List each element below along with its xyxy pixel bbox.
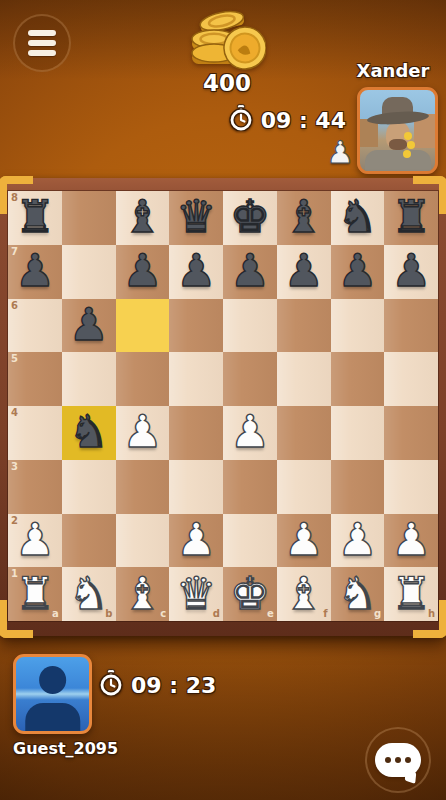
square-b5[interactable] [62,352,116,406]
square-f6[interactable] [277,299,331,353]
opponent-name: Xander [350,60,436,81]
square-a3[interactable]: 3 [8,460,62,514]
piece-black-pawn: ♟ [176,248,216,293]
square-d3[interactable] [169,460,223,514]
piece-white-pawn: ♟ [391,517,431,562]
piece-black-queen: ♛ [176,194,216,239]
square-b2[interactable] [62,514,116,568]
piece-black-knight: ♞ [337,194,377,239]
square-b3[interactable] [62,460,116,514]
square-a5[interactable]: 5 [8,352,62,406]
square-g2[interactable]: ♟ [331,514,385,568]
piece-black-pawn: ♟ [15,248,55,293]
square-d5[interactable] [169,352,223,406]
square-b1[interactable]: b♞ [62,567,116,621]
square-g7[interactable]: ♟ [331,245,385,299]
player-name: Guest_2095 [13,739,92,758]
square-h7[interactable]: ♟ [384,245,438,299]
square-f2[interactable]: ♟ [277,514,331,568]
rank-label-4: 4 [11,408,18,418]
stopwatch-icon [229,104,253,136]
square-g6[interactable] [331,299,385,353]
piece-white-pawn: ♟ [15,517,55,562]
player-avatar[interactable] [13,654,92,734]
piece-white-bishop: ♝ [122,571,162,616]
square-d2[interactable]: ♟ [169,514,223,568]
square-b6[interactable]: ♟ [62,299,116,353]
square-h3[interactable] [384,460,438,514]
opponent-timer: 09 : 44 [229,104,346,136]
piece-black-pawn: ♟ [68,302,108,347]
piece-black-bishop: ♝ [122,194,162,239]
square-f4[interactable] [277,406,331,460]
board-squares: 8♜♝♛♚♝♞♜7♟♟♟♟♟♟♟6♟54♞♟♟32♟♟♟♟♟1a♜b♞c♝d♛e… [8,191,438,621]
piece-white-pawn: ♟ [230,409,270,454]
square-c3[interactable] [116,460,170,514]
piece-white-king: ♚ [230,571,270,616]
menu-button[interactable] [13,14,71,72]
square-c8[interactable]: ♝ [116,191,170,245]
piece-black-bishop: ♝ [283,194,323,239]
square-b8[interactable] [62,191,116,245]
square-g4[interactable] [331,406,385,460]
square-a6[interactable]: 6 [8,299,62,353]
square-e8[interactable]: ♚ [223,191,277,245]
square-g5[interactable] [331,352,385,406]
square-c4[interactable]: ♟ [116,406,170,460]
square-e7[interactable]: ♟ [223,245,277,299]
square-d4[interactable] [169,406,223,460]
square-g3[interactable] [331,460,385,514]
square-c2[interactable] [116,514,170,568]
square-f5[interactable] [277,352,331,406]
square-f7[interactable]: ♟ [277,245,331,299]
square-f3[interactable] [277,460,331,514]
square-a7[interactable]: 7♟ [8,245,62,299]
square-e4[interactable]: ♟ [223,406,277,460]
square-h6[interactable] [384,299,438,353]
piece-white-pawn: ♟ [122,409,162,454]
square-d1[interactable]: d♛ [169,567,223,621]
player-timer: 09 : 23 [99,669,216,701]
square-e3[interactable] [223,460,277,514]
piece-black-knight: ♞ [68,409,108,454]
piece-white-queen: ♛ [176,571,216,616]
square-e5[interactable] [223,352,277,406]
board-corner-gold-icon [413,600,446,638]
chat-button[interactable] [365,727,431,793]
rank-label-5: 5 [11,354,18,364]
piece-white-knight: ♞ [68,571,108,616]
square-c1[interactable]: c♝ [116,567,170,621]
player-time: 09 : 23 [131,673,216,698]
piece-white-pawn: ♟ [176,517,216,562]
square-h4[interactable] [384,406,438,460]
piece-black-pawn: ♟ [391,248,431,293]
piece-black-king: ♚ [230,194,270,239]
board-corner-gold-icon [413,176,446,214]
square-d8[interactable]: ♛ [169,191,223,245]
board-corner-gold-icon [0,176,33,214]
square-h2[interactable]: ♟ [384,514,438,568]
coins-display: 400 [185,10,269,96]
board-corner-gold-icon [0,600,33,638]
piece-black-pawn: ♟ [122,248,162,293]
piece-black-pawn: ♟ [337,248,377,293]
stopwatch-icon [99,669,123,701]
square-f1[interactable]: f♝ [277,567,331,621]
gold-coins-icon [185,10,269,72]
piece-white-bishop: ♝ [283,571,323,616]
square-e1[interactable]: e♚ [223,567,277,621]
rank-label-6: 6 [11,301,18,311]
square-d6[interactable] [169,299,223,353]
piece-white-pawn: ♟ [337,517,377,562]
square-c6[interactable] [116,299,170,353]
coins-amount: 400 [185,70,269,96]
person-silhouette-icon [39,666,67,694]
square-e6[interactable] [223,299,277,353]
piece-white-pawn: ♟ [283,517,323,562]
piece-black-pawn: ♟ [283,248,323,293]
opponent-avatar[interactable] [357,87,438,174]
square-g1[interactable]: g♞ [331,567,385,621]
opponent-time: 09 : 44 [261,108,346,133]
chat-bubble-icon [375,743,421,777]
square-e2[interactable] [223,514,277,568]
square-c7[interactable]: ♟ [116,245,170,299]
white-pawn-turn-icon: ♟ [326,134,354,170]
piece-white-knight: ♞ [337,571,377,616]
piece-black-pawn: ♟ [230,248,270,293]
square-b7[interactable] [62,245,116,299]
rank-label-3: 3 [11,462,18,472]
chess-board: 8♜♝♛♚♝♞♜7♟♟♟♟♟♟♟6♟54♞♟♟32♟♟♟♟♟1a♜b♞c♝d♛e… [0,178,446,636]
square-a2[interactable]: 2♟ [8,514,62,568]
square-g8[interactable]: ♞ [331,191,385,245]
square-d7[interactable]: ♟ [169,245,223,299]
square-b4[interactable]: ♞ [62,406,116,460]
square-c5[interactable] [116,352,170,406]
square-f8[interactable]: ♝ [277,191,331,245]
square-h5[interactable] [384,352,438,406]
square-a4[interactable]: 4 [8,406,62,460]
